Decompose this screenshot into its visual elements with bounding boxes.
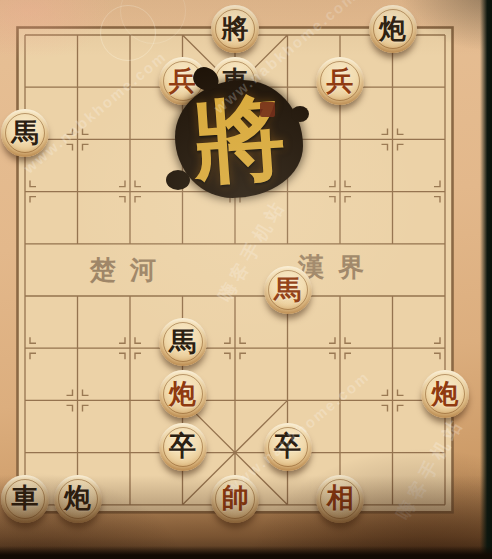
piece-character: 卒 [159, 423, 207, 471]
river-label-left: 楚河 [70, 257, 190, 283]
piece-character: 兵 [316, 57, 364, 105]
piece-black-炮[interactable]: 炮 [369, 5, 417, 53]
piece-black-將[interactable]: 將 [211, 5, 259, 53]
piece-black-車[interactable]: 車 [1, 475, 49, 523]
piece-black-卒[interactable]: 卒 [159, 423, 207, 471]
piece-black-卒[interactable]: 卒 [264, 423, 312, 471]
piece-character: 炮 [421, 370, 469, 418]
piece-black-炮[interactable]: 炮 [54, 475, 102, 523]
piece-red-相[interactable]: 相 [316, 475, 364, 523]
piece-red-炮[interactable]: 炮 [159, 370, 207, 418]
piece-character: 馬 [1, 109, 49, 157]
piece-character: 炮 [159, 370, 207, 418]
piece-character: 帥 [211, 475, 259, 523]
piece-character: 卒 [264, 423, 312, 471]
piece-red-兵[interactable]: 兵 [316, 57, 364, 105]
piece-red-炮[interactable]: 炮 [421, 370, 469, 418]
piece-character: 馬 [159, 318, 207, 366]
piece-character: 將 [211, 5, 259, 53]
check-stamp-character: 將 [171, 76, 307, 203]
xiangqi-game-screen: 楚河 漢界 將炮兵車兵馬馬馬炮炮卒卒車炮帥相 將 www.nabkhome.co… [0, 0, 492, 559]
piece-red-馬[interactable]: 馬 [264, 266, 312, 314]
piece-character: 相 [316, 475, 364, 523]
stamp-seal [260, 102, 275, 117]
piece-character: 馬 [264, 266, 312, 314]
check-stamp: 將 [175, 80, 303, 198]
piece-character: 車 [1, 475, 49, 523]
piece-character: 炮 [54, 475, 102, 523]
piece-red-帥[interactable]: 帥 [211, 475, 259, 523]
piece-character: 炮 [369, 5, 417, 53]
piece-black-馬[interactable]: 馬 [159, 318, 207, 366]
piece-black-馬[interactable]: 馬 [1, 109, 49, 157]
